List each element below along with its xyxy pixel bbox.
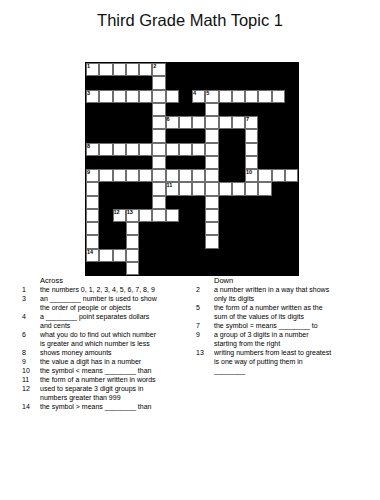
- grid-cell[interactable]: [245, 182, 258, 195]
- clue-text: a group of 3 digits in a number starting…: [214, 330, 332, 348]
- black-cell: [272, 249, 285, 262]
- black-cell: [245, 196, 258, 209]
- grid-cell[interactable]: [205, 209, 218, 222]
- black-cell: [219, 209, 232, 222]
- black-cell: [126, 182, 139, 195]
- grid-cell[interactable]: [205, 182, 218, 195]
- clue-num: 13: [196, 348, 214, 357]
- grid-cell[interactable]: [205, 169, 218, 182]
- black-cell: [126, 103, 139, 116]
- grid-cell[interactable]: [99, 90, 112, 103]
- black-cell: [139, 76, 152, 89]
- clue-text: a number written in a way that shows onl…: [214, 285, 332, 303]
- black-cell: [126, 156, 139, 169]
- grid-cell[interactable]: [205, 222, 218, 235]
- grid-cell[interactable]: [232, 116, 245, 129]
- black-cell: [179, 222, 192, 235]
- black-cell: [219, 235, 232, 248]
- grid-cell[interactable]: [219, 116, 232, 129]
- black-cell: [99, 129, 112, 142]
- black-cell: [166, 156, 179, 169]
- grid-cell[interactable]: [126, 63, 139, 76]
- black-cell: [219, 129, 232, 142]
- grid-cell[interactable]: 3: [86, 90, 99, 103]
- black-cell: [272, 235, 285, 248]
- black-cell: [232, 262, 245, 275]
- black-cell: [139, 116, 152, 129]
- clue-item: 4a ________ point separates dollars and …: [22, 312, 178, 330]
- black-cell: [86, 129, 99, 142]
- black-cell: [179, 235, 192, 248]
- black-cell: [179, 196, 192, 209]
- grid-cell[interactable]: [113, 63, 126, 76]
- black-cell: [232, 76, 245, 89]
- black-cell: [272, 209, 285, 222]
- black-cell: [245, 209, 258, 222]
- black-cell: [272, 63, 285, 76]
- clue-number-label: 10: [246, 169, 252, 175]
- grid-cell[interactable]: [113, 90, 126, 103]
- black-cell: [179, 249, 192, 262]
- grid-cell[interactable]: 4: [192, 90, 205, 103]
- across-clues: Across 1the numbers 0, 1, 2, 3, 4, 5, 6,…: [22, 276, 178, 411]
- black-cell: [192, 63, 205, 76]
- clue-number-label: 12: [114, 209, 120, 215]
- black-cell: [232, 63, 245, 76]
- clue-number-label: 9: [87, 169, 90, 175]
- clue-item: 6what you do to find out which number is…: [22, 330, 178, 348]
- black-cell: [285, 156, 298, 169]
- black-cell: [113, 129, 126, 142]
- grid-cell[interactable]: [179, 116, 192, 129]
- clue-item: 14the symbol > means ________ than: [22, 402, 178, 411]
- clue-number-label: 14: [87, 249, 93, 255]
- black-cell: [99, 116, 112, 129]
- grid-cell[interactable]: 13: [126, 209, 139, 222]
- grid-cell[interactable]: [86, 182, 99, 195]
- down-list: 2a number written in a way that shows on…: [196, 285, 358, 375]
- black-cell: [232, 235, 245, 248]
- black-cell: [258, 262, 271, 275]
- black-cell: [285, 63, 298, 76]
- black-cell: [192, 222, 205, 235]
- black-cell: [113, 182, 126, 195]
- grid-cell[interactable]: [86, 222, 99, 235]
- black-cell: [152, 249, 165, 262]
- clue-num: 2: [196, 285, 214, 294]
- grid-cell[interactable]: [219, 182, 232, 195]
- clue-text: the form of a number written in words: [40, 375, 158, 384]
- grid-cell[interactable]: [258, 90, 271, 103]
- black-cell: [192, 235, 205, 248]
- clue-item: 9the value a digit has in a number: [22, 357, 178, 366]
- grid-cell[interactable]: [205, 143, 218, 156]
- black-cell: [152, 262, 165, 275]
- clue-item: 3an ________ number is used to show the …: [22, 294, 178, 312]
- black-cell: [258, 249, 271, 262]
- grid-cell[interactable]: 10: [245, 169, 258, 182]
- black-cell: [285, 143, 298, 156]
- black-cell: [192, 156, 205, 169]
- black-cell: [232, 249, 245, 262]
- grid-cell[interactable]: [152, 169, 165, 182]
- black-cell: [232, 129, 245, 142]
- clue-num: 3: [22, 294, 40, 303]
- black-cell: [99, 222, 112, 235]
- grid-cell[interactable]: [285, 169, 298, 182]
- grid-cell[interactable]: [152, 182, 165, 195]
- grid-cell[interactable]: [152, 76, 165, 89]
- black-cell: [152, 235, 165, 248]
- clue-item: 5the form of a number written as the sum…: [196, 303, 358, 321]
- black-cell: [219, 169, 232, 182]
- clue-number-label: 8: [87, 143, 90, 149]
- black-cell: [166, 63, 179, 76]
- black-cell: [219, 156, 232, 169]
- black-cell: [99, 196, 112, 209]
- grid-cell[interactable]: [113, 249, 126, 262]
- grid-cell[interactable]: [258, 169, 271, 182]
- grid-cell[interactable]: 11: [166, 182, 179, 195]
- grid-cell[interactable]: [86, 235, 99, 248]
- grid-cell[interactable]: [99, 143, 112, 156]
- grid-cell[interactable]: [139, 209, 152, 222]
- black-cell: [232, 143, 245, 156]
- black-cell: [99, 235, 112, 248]
- grid-cell[interactable]: [126, 222, 139, 235]
- down-header: Down: [214, 276, 358, 285]
- black-cell: [86, 116, 99, 129]
- black-cell: [192, 129, 205, 142]
- black-cell: [126, 116, 139, 129]
- black-cell: [179, 156, 192, 169]
- black-cell: [192, 249, 205, 262]
- black-cell: [232, 222, 245, 235]
- clue-text: the symbol > means ________ than: [40, 402, 158, 411]
- grid-cell[interactable]: [152, 116, 165, 129]
- black-cell: [86, 76, 99, 89]
- black-cell: [86, 156, 99, 169]
- black-cell: [113, 116, 126, 129]
- black-cell: [219, 262, 232, 275]
- grid-cell[interactable]: [152, 103, 165, 116]
- grid-cell[interactable]: 9: [86, 169, 99, 182]
- black-cell: [113, 103, 126, 116]
- grid-cell[interactable]: [192, 182, 205, 195]
- black-cell: [166, 249, 179, 262]
- grid-cell[interactable]: [126, 249, 139, 262]
- grid-cell[interactable]: [126, 90, 139, 103]
- black-cell: [99, 182, 112, 195]
- black-cell: [86, 103, 99, 116]
- black-cell: [285, 196, 298, 209]
- grid-cell[interactable]: 14: [86, 249, 99, 262]
- grid-cell[interactable]: [139, 90, 152, 103]
- black-cell: [285, 249, 298, 262]
- clue-text: used to separate 3 digit groups in numbe…: [40, 384, 158, 402]
- grid-cell[interactable]: [99, 169, 112, 182]
- black-cell: [272, 196, 285, 209]
- grid-cell[interactable]: [205, 196, 218, 209]
- page-title: Third Grade Math Topic 1: [0, 11, 380, 30]
- clue-text: the value a digit has in a number: [40, 357, 158, 366]
- grid-cell[interactable]: [205, 116, 218, 129]
- black-cell: [192, 76, 205, 89]
- grid-cell[interactable]: [126, 235, 139, 248]
- black-cell: [139, 182, 152, 195]
- grid-cell[interactable]: [152, 196, 165, 209]
- black-cell: [219, 222, 232, 235]
- black-cell: [245, 63, 258, 76]
- clue-number-label: 11: [167, 182, 173, 188]
- black-cell: [232, 156, 245, 169]
- black-cell: [166, 196, 179, 209]
- grid-cell[interactable]: 6: [166, 116, 179, 129]
- black-cell: [86, 262, 99, 275]
- clue-text: the symbol = means ________ to: [214, 321, 332, 330]
- black-cell: [205, 63, 218, 76]
- grid-cell[interactable]: [126, 169, 139, 182]
- black-cell: [272, 156, 285, 169]
- clue-number-label: 7: [246, 116, 249, 122]
- grid-cell[interactable]: 12: [113, 209, 126, 222]
- black-cell: [245, 222, 258, 235]
- black-cell: [285, 209, 298, 222]
- grid-cell[interactable]: [245, 90, 258, 103]
- black-cell: [232, 103, 245, 116]
- grid-cell[interactable]: [126, 262, 139, 275]
- grid-cell[interactable]: [86, 196, 99, 209]
- across-list: 1the numbers 0, 1, 2, 3, 4, 5, 6, 7, 8, …: [22, 285, 178, 411]
- black-cell: [258, 116, 271, 129]
- black-cell: [179, 90, 192, 103]
- black-cell: [272, 222, 285, 235]
- clue-num: 8: [22, 348, 40, 357]
- black-cell: [166, 76, 179, 89]
- grid-cell[interactable]: [152, 143, 165, 156]
- clue-item: 2a number written in a way that shows on…: [196, 285, 358, 303]
- black-cell: [139, 156, 152, 169]
- black-cell: [113, 196, 126, 209]
- clue-item: 10the symbol < means ________ than: [22, 366, 178, 375]
- grid-cell[interactable]: [139, 169, 152, 182]
- grid-cell[interactable]: [245, 143, 258, 156]
- black-cell: [258, 103, 271, 116]
- grid-cell[interactable]: [179, 182, 192, 195]
- clue-text: shows money amounts: [40, 348, 158, 357]
- grid-cell[interactable]: [152, 90, 165, 103]
- grid-cell[interactable]: [166, 143, 179, 156]
- black-cell: [139, 222, 152, 235]
- grid-cell[interactable]: [219, 90, 232, 103]
- black-cell: [139, 196, 152, 209]
- clue-number-label: 1: [87, 63, 90, 69]
- black-cell: [272, 129, 285, 142]
- clue-item: 1the numbers 0, 1, 2, 3, 4, 5, 6, 7, 8, …: [22, 285, 178, 294]
- across-header: Across: [40, 276, 178, 285]
- grid-cell[interactable]: 7: [245, 116, 258, 129]
- black-cell: [258, 196, 271, 209]
- black-cell: [139, 235, 152, 248]
- black-cell: [258, 129, 271, 142]
- clue-num: 14: [22, 402, 40, 411]
- clue-num: 5: [196, 303, 214, 312]
- clue-item: 13writing numbers from least to greatest…: [196, 348, 358, 375]
- grid-cell[interactable]: [166, 90, 179, 103]
- black-cell: [179, 103, 192, 116]
- black-cell: [285, 76, 298, 89]
- black-cell: [205, 249, 218, 262]
- grid-cell[interactable]: [258, 182, 271, 195]
- clue-number-label: 2: [153, 63, 156, 69]
- black-cell: [192, 196, 205, 209]
- black-cell: [192, 262, 205, 275]
- grid-cell[interactable]: [86, 209, 99, 222]
- black-cell: [272, 262, 285, 275]
- grid-cell[interactable]: 8: [86, 143, 99, 156]
- grid-cell[interactable]: [192, 169, 205, 182]
- black-cell: [139, 249, 152, 262]
- black-cell: [272, 116, 285, 129]
- black-cell: [232, 169, 245, 182]
- grid-cell[interactable]: [205, 103, 218, 116]
- clue-text: an ________ number is used to show the o…: [40, 294, 158, 312]
- grid-cell[interactable]: 2: [152, 63, 165, 76]
- black-cell: [272, 143, 285, 156]
- black-cell: [205, 262, 218, 275]
- black-cell: [258, 63, 271, 76]
- black-cell: [113, 262, 126, 275]
- grid-cell[interactable]: [152, 209, 165, 222]
- grid-cell[interactable]: [192, 116, 205, 129]
- grid-cell[interactable]: [166, 209, 179, 222]
- grid-cell[interactable]: [113, 143, 126, 156]
- black-cell: [126, 196, 139, 209]
- clue-item: 9a group of 3 digits in a number startin…: [196, 330, 358, 348]
- clue-text: the form of a number written as the sum …: [214, 303, 332, 321]
- clue-num: 9: [196, 330, 214, 339]
- black-cell: [179, 209, 192, 222]
- clue-num: 11: [22, 375, 40, 384]
- black-cell: [285, 129, 298, 142]
- grid-cell[interactable]: [99, 63, 112, 76]
- black-cell: [166, 235, 179, 248]
- grid-cell[interactable]: [139, 63, 152, 76]
- grid-cell[interactable]: [245, 129, 258, 142]
- black-cell: [113, 76, 126, 89]
- clue-item: 8shows money amounts: [22, 348, 178, 357]
- black-cell: [219, 249, 232, 262]
- clue-num: 12: [22, 384, 40, 393]
- black-cell: [245, 235, 258, 248]
- grid-cell[interactable]: [272, 90, 285, 103]
- black-cell: [258, 143, 271, 156]
- grid-cell[interactable]: [179, 169, 192, 182]
- grid-cell[interactable]: [232, 182, 245, 195]
- grid-cell[interactable]: [205, 235, 218, 248]
- grid-cell[interactable]: [152, 156, 165, 169]
- black-cell: [192, 103, 205, 116]
- clue-number-label: 13: [127, 209, 133, 215]
- clue-item: 7the symbol = means ________ to: [196, 321, 358, 330]
- black-cell: [99, 103, 112, 116]
- black-cell: [179, 76, 192, 89]
- black-cell: [99, 262, 112, 275]
- black-cell: [219, 103, 232, 116]
- black-cell: [285, 222, 298, 235]
- grid-cell[interactable]: 1: [86, 63, 99, 76]
- black-cell: [272, 182, 285, 195]
- grid-cell[interactable]: [205, 156, 218, 169]
- black-cell: [258, 222, 271, 235]
- crossword-grid: 1234567891011121314: [85, 62, 299, 276]
- black-cell: [166, 262, 179, 275]
- black-cell: [258, 235, 271, 248]
- grid-cell[interactable]: [166, 169, 179, 182]
- clue-text: a ________ point separates dollars and c…: [40, 312, 158, 330]
- grid-cell[interactable]: [192, 143, 205, 156]
- clue-text: writing numbers from least to greatest i…: [214, 348, 332, 375]
- black-cell: [166, 129, 179, 142]
- clue-text: what you do to find out which number is …: [40, 330, 158, 348]
- black-cell: [179, 63, 192, 76]
- black-cell: [179, 262, 192, 275]
- grid-cell[interactable]: [205, 129, 218, 142]
- clue-text: the numbers 0, 1, 2, 3, 4, 5, 6, 7, 8, 9: [40, 285, 158, 294]
- black-cell: [245, 262, 258, 275]
- black-cell: [245, 249, 258, 262]
- black-cell: [166, 103, 179, 116]
- grid-cell[interactable]: [126, 143, 139, 156]
- grid-cell[interactable]: [245, 156, 258, 169]
- clue-num: 9: [22, 357, 40, 366]
- black-cell: [99, 209, 112, 222]
- black-cell: [166, 222, 179, 235]
- black-cell: [219, 143, 232, 156]
- black-cell: [113, 235, 126, 248]
- black-cell: [113, 222, 126, 235]
- grid-cell[interactable]: [152, 129, 165, 142]
- black-cell: [152, 222, 165, 235]
- black-cell: [272, 76, 285, 89]
- black-cell: [126, 129, 139, 142]
- clue-number-label: 6: [167, 116, 170, 122]
- black-cell: [126, 76, 139, 89]
- grid-cell[interactable]: [272, 169, 285, 182]
- black-cell: [113, 156, 126, 169]
- black-cell: [232, 196, 245, 209]
- black-cell: [219, 63, 232, 76]
- clue-item: 11the form of a number written in words: [22, 375, 178, 384]
- clue-num: 1: [22, 285, 40, 294]
- black-cell: [232, 209, 245, 222]
- worksheet-page: { "game": "crossword", "title": "Third G…: [0, 0, 380, 500]
- grid-cell[interactable]: [113, 169, 126, 182]
- grid-cell[interactable]: [139, 143, 152, 156]
- black-cell: [285, 235, 298, 248]
- grid-cell[interactable]: 5: [205, 90, 218, 103]
- clue-num: 6: [22, 330, 40, 339]
- black-cell: [99, 76, 112, 89]
- black-cell: [139, 129, 152, 142]
- grid-cell[interactable]: [99, 249, 112, 262]
- grid-cell[interactable]: [179, 143, 192, 156]
- black-cell: [258, 76, 271, 89]
- down-clues: Down 2a number written in a way that sho…: [196, 276, 358, 375]
- clue-num: 4: [22, 312, 40, 321]
- black-cell: [192, 209, 205, 222]
- grid-cell[interactable]: [232, 90, 245, 103]
